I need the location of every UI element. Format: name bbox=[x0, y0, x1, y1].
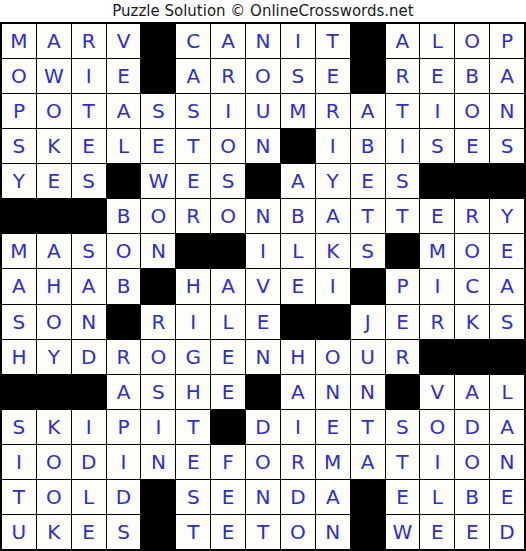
letter-cell-r1c15: P bbox=[490, 24, 524, 58]
letter-cell-r8c1: A bbox=[2, 269, 36, 303]
letter-cell-r12c10: E bbox=[316, 410, 350, 444]
letter-cell-r7c15: E bbox=[490, 234, 524, 268]
letter-cell-r12c13: O bbox=[420, 410, 454, 444]
letter-cell-r4c5: E bbox=[141, 129, 175, 163]
letter-cell-r9c11: J bbox=[351, 305, 385, 339]
letter-cell-r1c7: A bbox=[211, 24, 245, 58]
letter-cell-r14c8: N bbox=[246, 480, 280, 514]
letter-cell-r3c12: T bbox=[386, 94, 420, 128]
letter-cell-r2c3: I bbox=[72, 59, 106, 93]
letter-cell-r13c14: O bbox=[455, 445, 489, 479]
letter-cell-r9c6: I bbox=[176, 305, 210, 339]
letter-cell-r6c7: O bbox=[211, 199, 245, 233]
letter-cell-r6c9: B bbox=[281, 199, 315, 233]
letter-cell-r14c9: D bbox=[281, 480, 315, 514]
black-cell-r11c8 bbox=[246, 375, 280, 409]
letter-cell-r14c15: E bbox=[490, 480, 524, 514]
letter-cell-r8c6: H bbox=[176, 269, 210, 303]
letter-cell-r4c4: L bbox=[107, 129, 141, 163]
letter-cell-r13c9: R bbox=[281, 445, 315, 479]
letter-cell-r14c3: L bbox=[72, 480, 106, 514]
letter-cell-r10c4: R bbox=[107, 340, 141, 374]
letter-cell-r3c1: P bbox=[2, 94, 36, 128]
black-cell-r6c1 bbox=[2, 199, 36, 233]
letter-cell-r4c2: K bbox=[37, 129, 71, 163]
black-cell-r11c2 bbox=[37, 375, 71, 409]
letter-cell-r1c12: A bbox=[386, 24, 420, 58]
letter-cell-r8c14: C bbox=[455, 269, 489, 303]
letter-cell-r1c13: L bbox=[420, 24, 454, 58]
black-cell-r6c3 bbox=[72, 199, 106, 233]
letter-cell-r15c15: D bbox=[490, 515, 524, 549]
black-cell-r1c11 bbox=[351, 24, 385, 58]
letter-cell-r4c7: O bbox=[211, 129, 245, 163]
letter-cell-r1c1: M bbox=[2, 24, 36, 58]
letter-cell-r3c10: R bbox=[316, 94, 350, 128]
black-cell-r5c4 bbox=[107, 164, 141, 198]
letter-cell-r3c11: A bbox=[351, 94, 385, 128]
letter-cell-r8c7: A bbox=[211, 269, 245, 303]
letter-cell-r11c15: L bbox=[490, 375, 524, 409]
black-cell-r8c11 bbox=[351, 269, 385, 303]
letter-cell-r12c1: S bbox=[2, 410, 36, 444]
letter-cell-r9c8: E bbox=[246, 305, 280, 339]
letter-cell-r9c3: N bbox=[72, 305, 106, 339]
letter-cell-r15c7: E bbox=[211, 515, 245, 549]
black-cell-r14c5 bbox=[141, 480, 175, 514]
letter-cell-r1c10: T bbox=[316, 24, 350, 58]
letter-cell-r6c10: A bbox=[316, 199, 350, 233]
letter-cell-r1c9: I bbox=[281, 24, 315, 58]
letter-cell-r11c10: N bbox=[316, 375, 350, 409]
letter-cell-r8c15: A bbox=[490, 269, 524, 303]
letter-cell-r13c15: N bbox=[490, 445, 524, 479]
letter-cell-r15c10: N bbox=[316, 515, 350, 549]
letter-cell-r2c4: E bbox=[107, 59, 141, 93]
letter-cell-r2c15: A bbox=[490, 59, 524, 93]
letter-cell-r2c9: S bbox=[281, 59, 315, 93]
letter-cell-r14c12: E bbox=[386, 480, 420, 514]
letter-cell-r7c14: O bbox=[455, 234, 489, 268]
letter-cell-r12c14: D bbox=[455, 410, 489, 444]
letter-cell-r6c4: B bbox=[107, 199, 141, 233]
black-cell-r8c5 bbox=[141, 269, 175, 303]
letter-cell-r10c7: E bbox=[211, 340, 245, 374]
letter-cell-r3c5: S bbox=[141, 94, 175, 128]
letter-cell-r7c8: I bbox=[246, 234, 280, 268]
letter-cell-r11c11: N bbox=[351, 375, 385, 409]
letter-cell-r7c4: O bbox=[107, 234, 141, 268]
letter-cell-r14c6: S bbox=[176, 480, 210, 514]
letter-cell-r5c10: Y bbox=[316, 164, 350, 198]
letter-cell-r7c9: L bbox=[281, 234, 315, 268]
letter-cell-r5c1: Y bbox=[2, 164, 36, 198]
letter-cell-r10c9: H bbox=[281, 340, 315, 374]
black-cell-r5c8 bbox=[246, 164, 280, 198]
letter-cell-r11c14: A bbox=[455, 375, 489, 409]
letter-cell-r3c6: S bbox=[176, 94, 210, 128]
letter-cell-r6c13: E bbox=[420, 199, 454, 233]
letter-cell-r13c10: M bbox=[316, 445, 350, 479]
letter-cell-r13c2: O bbox=[37, 445, 71, 479]
letter-cell-r10c2: Y bbox=[37, 340, 71, 374]
letter-cell-r6c15: Y bbox=[490, 199, 524, 233]
letter-cell-r5c2: E bbox=[37, 164, 71, 198]
black-cell-r7c12 bbox=[386, 234, 420, 268]
letter-cell-r3c4: A bbox=[107, 94, 141, 128]
black-cell-r10c13 bbox=[420, 340, 454, 374]
crossword-grid: MARVCANITALOPOWIEAROSEREBAPOTASSIUMRATIO… bbox=[0, 22, 526, 551]
letter-cell-r10c10: O bbox=[316, 340, 350, 374]
letter-cell-r12c12: S bbox=[386, 410, 420, 444]
black-cell-r9c4 bbox=[107, 305, 141, 339]
letter-cell-r15c8: T bbox=[246, 515, 280, 549]
letter-cell-r14c1: T bbox=[2, 480, 36, 514]
letter-cell-r1c2: A bbox=[37, 24, 71, 58]
letter-cell-r3c9: M bbox=[281, 94, 315, 128]
letter-cell-r11c5: S bbox=[141, 375, 175, 409]
letter-cell-r5c7: S bbox=[211, 164, 245, 198]
letter-cell-r9c13: R bbox=[420, 305, 454, 339]
letter-cell-r12c9: I bbox=[281, 410, 315, 444]
letter-cell-r5c6: E bbox=[176, 164, 210, 198]
letter-cell-r4c15: S bbox=[490, 129, 524, 163]
letter-cell-r6c8: N bbox=[246, 199, 280, 233]
letter-cell-r14c7: E bbox=[211, 480, 245, 514]
letter-cell-r4c13: S bbox=[420, 129, 454, 163]
black-cell-r6c2 bbox=[37, 199, 71, 233]
letter-cell-r9c1: S bbox=[2, 305, 36, 339]
letter-cell-r9c7: L bbox=[211, 305, 245, 339]
letter-cell-r13c8: O bbox=[246, 445, 280, 479]
letter-cell-r15c13: E bbox=[420, 515, 454, 549]
letter-cell-r3c7: I bbox=[211, 94, 245, 128]
letter-cell-r11c6: H bbox=[176, 375, 210, 409]
letter-cell-r13c6: E bbox=[176, 445, 210, 479]
letter-cell-r2c14: B bbox=[455, 59, 489, 93]
letter-cell-r9c5: R bbox=[141, 305, 175, 339]
letter-cell-r8c13: I bbox=[420, 269, 454, 303]
letter-cell-r4c8: N bbox=[246, 129, 280, 163]
letter-cell-r12c5: I bbox=[141, 410, 175, 444]
letter-cell-r7c5: N bbox=[141, 234, 175, 268]
letter-cell-r4c10: I bbox=[316, 129, 350, 163]
letter-cell-r12c2: K bbox=[37, 410, 71, 444]
letter-cell-r4c11: B bbox=[351, 129, 385, 163]
letter-cell-r3c15: N bbox=[490, 94, 524, 128]
letter-cell-r8c4: B bbox=[107, 269, 141, 303]
puzzle-solution-page: Puzzle Solution © OnlineCrosswords.net M… bbox=[0, 0, 526, 551]
letter-cell-r8c8: V bbox=[246, 269, 280, 303]
letter-cell-r11c9: A bbox=[281, 375, 315, 409]
black-cell-r5c13 bbox=[420, 164, 454, 198]
black-cell-r5c14 bbox=[455, 164, 489, 198]
letter-cell-r7c10: K bbox=[316, 234, 350, 268]
letter-cell-r10c5: O bbox=[141, 340, 175, 374]
letter-cell-r3c14: O bbox=[455, 94, 489, 128]
letter-cell-r15c6: T bbox=[176, 515, 210, 549]
letter-cell-r12c3: I bbox=[72, 410, 106, 444]
letter-cell-r9c15: S bbox=[490, 305, 524, 339]
black-cell-r7c6 bbox=[176, 234, 210, 268]
letter-cell-r2c12: R bbox=[386, 59, 420, 93]
black-cell-r9c10 bbox=[316, 305, 350, 339]
letter-cell-r7c11: S bbox=[351, 234, 385, 268]
letter-cell-r14c14: B bbox=[455, 480, 489, 514]
letter-cell-r4c6: T bbox=[176, 129, 210, 163]
letter-cell-r15c12: W bbox=[386, 515, 420, 549]
letter-cell-r2c6: A bbox=[176, 59, 210, 93]
black-cell-r15c11 bbox=[351, 515, 385, 549]
letter-cell-r9c14: K bbox=[455, 305, 489, 339]
letter-cell-r10c12: R bbox=[386, 340, 420, 374]
letter-cell-r5c5: W bbox=[141, 164, 175, 198]
black-cell-r11c1 bbox=[2, 375, 36, 409]
letter-cell-r13c7: F bbox=[211, 445, 245, 479]
letter-cell-r8c9: E bbox=[281, 269, 315, 303]
letter-cell-r10c8: N bbox=[246, 340, 280, 374]
black-cell-r4c9 bbox=[281, 129, 315, 163]
letter-cell-r12c4: P bbox=[107, 410, 141, 444]
letter-cell-r15c9: O bbox=[281, 515, 315, 549]
letter-cell-r8c2: H bbox=[37, 269, 71, 303]
letter-cell-r8c3: A bbox=[72, 269, 106, 303]
letter-cell-r10c11: U bbox=[351, 340, 385, 374]
letter-cell-r15c3: E bbox=[72, 515, 106, 549]
letter-cell-r14c10: A bbox=[316, 480, 350, 514]
letter-cell-r12c15: A bbox=[490, 410, 524, 444]
letter-cell-r5c9: A bbox=[281, 164, 315, 198]
letter-cell-r3c8: U bbox=[246, 94, 280, 128]
page-title: Puzzle Solution © OnlineCrosswords.net bbox=[0, 0, 526, 22]
black-cell-r9c9 bbox=[281, 305, 315, 339]
letter-cell-r2c7: R bbox=[211, 59, 245, 93]
letter-cell-r5c3: S bbox=[72, 164, 106, 198]
letter-cell-r15c14: E bbox=[455, 515, 489, 549]
black-cell-r5c15 bbox=[490, 164, 524, 198]
letter-cell-r13c5: N bbox=[141, 445, 175, 479]
letter-cell-r5c11: E bbox=[351, 164, 385, 198]
letter-cell-r11c7: E bbox=[211, 375, 245, 409]
letter-cell-r3c13: I bbox=[420, 94, 454, 128]
black-cell-r1c5 bbox=[141, 24, 175, 58]
letter-cell-r2c10: E bbox=[316, 59, 350, 93]
black-cell-r11c12 bbox=[386, 375, 420, 409]
letter-cell-r13c13: I bbox=[420, 445, 454, 479]
letter-cell-r8c12: P bbox=[386, 269, 420, 303]
letter-cell-r1c6: C bbox=[176, 24, 210, 58]
letter-cell-r3c3: T bbox=[72, 94, 106, 128]
letter-cell-r9c2: O bbox=[37, 305, 71, 339]
letter-cell-r13c4: I bbox=[107, 445, 141, 479]
black-cell-r15c5 bbox=[141, 515, 175, 549]
black-cell-r14c11 bbox=[351, 480, 385, 514]
letter-cell-r9c12: E bbox=[386, 305, 420, 339]
letter-cell-r3c2: O bbox=[37, 94, 71, 128]
letter-cell-r10c3: D bbox=[72, 340, 106, 374]
letter-cell-r7c1: M bbox=[2, 234, 36, 268]
letter-cell-r1c14: O bbox=[455, 24, 489, 58]
letter-cell-r14c13: L bbox=[420, 480, 454, 514]
letter-cell-r6c11: T bbox=[351, 199, 385, 233]
letter-cell-r10c6: G bbox=[176, 340, 210, 374]
black-cell-r10c15 bbox=[490, 340, 524, 374]
letter-cell-r13c12: T bbox=[386, 445, 420, 479]
letter-cell-r4c14: E bbox=[455, 129, 489, 163]
letter-cell-r12c6: T bbox=[176, 410, 210, 444]
letter-cell-r4c3: E bbox=[72, 129, 106, 163]
letter-cell-r6c12: T bbox=[386, 199, 420, 233]
letter-cell-r11c13: V bbox=[420, 375, 454, 409]
letter-cell-r13c1: I bbox=[2, 445, 36, 479]
letter-cell-r12c11: T bbox=[351, 410, 385, 444]
letter-cell-r2c13: E bbox=[420, 59, 454, 93]
letter-cell-r7c13: M bbox=[420, 234, 454, 268]
letter-cell-r4c1: S bbox=[2, 129, 36, 163]
letter-cell-r13c11: A bbox=[351, 445, 385, 479]
black-cell-r12c7 bbox=[211, 410, 245, 444]
letter-cell-r1c8: N bbox=[246, 24, 280, 58]
black-cell-r2c5 bbox=[141, 59, 175, 93]
letter-cell-r6c6: R bbox=[176, 199, 210, 233]
black-cell-r11c3 bbox=[72, 375, 106, 409]
letter-cell-r14c2: O bbox=[37, 480, 71, 514]
letter-cell-r12c8: D bbox=[246, 410, 280, 444]
letter-cell-r2c1: O bbox=[2, 59, 36, 93]
letter-cell-r1c4: V bbox=[107, 24, 141, 58]
letter-cell-r2c8: O bbox=[246, 59, 280, 93]
letter-cell-r7c3: S bbox=[72, 234, 106, 268]
letter-cell-r6c14: R bbox=[455, 199, 489, 233]
letter-cell-r10c1: H bbox=[2, 340, 36, 374]
letter-cell-r8c10: I bbox=[316, 269, 350, 303]
letter-cell-r15c2: K bbox=[37, 515, 71, 549]
letter-cell-r1c3: R bbox=[72, 24, 106, 58]
letter-cell-r4c12: I bbox=[386, 129, 420, 163]
letter-cell-r14c4: D bbox=[107, 480, 141, 514]
letter-cell-r6c5: O bbox=[141, 199, 175, 233]
black-cell-r2c11 bbox=[351, 59, 385, 93]
black-cell-r10c14 bbox=[455, 340, 489, 374]
letter-cell-r7c2: A bbox=[37, 234, 71, 268]
letter-cell-r11c4: A bbox=[107, 375, 141, 409]
letter-cell-r15c4: S bbox=[107, 515, 141, 549]
black-cell-r7c7 bbox=[211, 234, 245, 268]
letter-cell-r15c1: U bbox=[2, 515, 36, 549]
letter-cell-r5c12: S bbox=[386, 164, 420, 198]
letter-cell-r13c3: D bbox=[72, 445, 106, 479]
letter-cell-r2c2: W bbox=[37, 59, 71, 93]
